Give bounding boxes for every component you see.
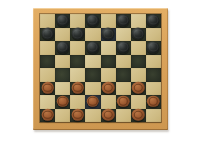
board-square[interactable] <box>116 41 131 55</box>
black-man[interactable] <box>56 41 69 53</box>
board-square[interactable] <box>116 82 131 96</box>
board-square[interactable] <box>146 28 161 42</box>
board-square[interactable] <box>55 82 70 96</box>
board-square[interactable] <box>40 95 55 109</box>
photo-background: { "game": "checkers", "description": "Ov… <box>0 0 200 141</box>
board-square[interactable] <box>116 95 131 109</box>
board-square[interactable] <box>55 28 70 42</box>
board-square[interactable] <box>55 109 70 123</box>
red-man[interactable] <box>132 109 145 121</box>
board-square[interactable] <box>40 28 55 42</box>
red-man[interactable] <box>41 82 54 94</box>
board-square[interactable] <box>131 82 146 96</box>
board-square[interactable] <box>70 68 85 82</box>
board-square[interactable] <box>116 28 131 42</box>
board-square[interactable] <box>116 14 131 28</box>
red-man[interactable] <box>102 109 115 121</box>
board-square[interactable] <box>70 109 85 123</box>
black-man[interactable] <box>117 14 130 26</box>
red-man[interactable] <box>72 82 85 94</box>
board-square[interactable] <box>85 109 100 123</box>
board-square[interactable] <box>116 68 131 82</box>
board-square[interactable] <box>146 82 161 96</box>
red-man[interactable] <box>132 82 145 94</box>
board-square[interactable] <box>55 41 70 55</box>
red-man[interactable] <box>41 109 54 121</box>
black-man[interactable] <box>71 28 84 40</box>
board-square[interactable] <box>85 41 100 55</box>
board-square[interactable] <box>101 95 116 109</box>
red-man[interactable] <box>117 96 130 108</box>
board-square[interactable] <box>70 28 85 42</box>
black-man[interactable] <box>56 14 69 26</box>
board-square[interactable] <box>131 55 146 69</box>
black-man[interactable] <box>41 28 54 40</box>
board-square[interactable] <box>55 14 70 28</box>
board-square[interactable] <box>146 109 161 123</box>
board-square[interactable] <box>70 55 85 69</box>
board-square[interactable] <box>146 14 161 28</box>
board-square[interactable] <box>70 82 85 96</box>
board-square[interactable] <box>131 14 146 28</box>
checkers-board <box>33 8 168 130</box>
board-field <box>40 14 161 122</box>
board-square[interactable] <box>55 55 70 69</box>
board-square[interactable] <box>101 109 116 123</box>
board-square[interactable] <box>40 14 55 28</box>
board-square[interactable] <box>85 82 100 96</box>
board-square[interactable] <box>146 95 161 109</box>
board-square[interactable] <box>70 95 85 109</box>
board-square[interactable] <box>85 68 100 82</box>
board-square[interactable] <box>101 28 116 42</box>
board-square[interactable] <box>101 14 116 28</box>
board-square[interactable] <box>85 55 100 69</box>
board-square[interactable] <box>116 55 131 69</box>
board-square[interactable] <box>131 41 146 55</box>
black-man[interactable] <box>86 41 99 53</box>
board-square[interactable] <box>146 68 161 82</box>
board-square[interactable] <box>40 109 55 123</box>
black-man[interactable] <box>117 41 130 53</box>
board-square[interactable] <box>40 82 55 96</box>
black-man[interactable] <box>147 41 160 53</box>
board-square[interactable] <box>146 55 161 69</box>
board-square[interactable] <box>40 41 55 55</box>
red-man[interactable] <box>72 109 85 121</box>
board-square[interactable] <box>70 41 85 55</box>
red-man[interactable] <box>102 82 115 94</box>
board-square[interactable] <box>40 55 55 69</box>
red-man[interactable] <box>56 96 69 108</box>
board-square[interactable] <box>101 68 116 82</box>
black-man[interactable] <box>86 14 99 26</box>
board-square[interactable] <box>85 28 100 42</box>
board-square[interactable] <box>40 68 55 82</box>
black-man[interactable] <box>132 28 145 40</box>
board-square[interactable] <box>146 41 161 55</box>
board-square[interactable] <box>116 109 131 123</box>
board-square[interactable] <box>85 95 100 109</box>
black-man[interactable] <box>147 14 160 26</box>
board-square[interactable] <box>131 109 146 123</box>
board-square[interactable] <box>101 41 116 55</box>
board-square[interactable] <box>55 68 70 82</box>
board-square[interactable] <box>55 95 70 109</box>
red-man[interactable] <box>147 96 160 108</box>
board-square[interactable] <box>101 82 116 96</box>
red-man[interactable] <box>87 96 100 108</box>
board-square[interactable] <box>131 95 146 109</box>
board-square[interactable] <box>131 28 146 42</box>
board-square[interactable] <box>101 55 116 69</box>
board-square[interactable] <box>131 68 146 82</box>
board-square[interactable] <box>70 14 85 28</box>
black-man[interactable] <box>102 28 115 40</box>
board-square[interactable] <box>85 14 100 28</box>
